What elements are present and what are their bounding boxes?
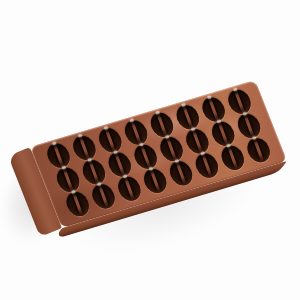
- product-photo: [0, 0, 300, 300]
- bean-cavity: [244, 136, 273, 165]
